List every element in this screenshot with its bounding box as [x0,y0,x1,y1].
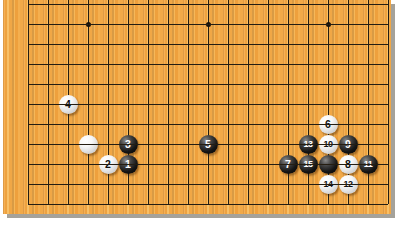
board-intersection[interactable] [118,34,138,54]
board-intersection[interactable]: 5 [198,134,218,154]
board-intersection[interactable] [78,134,98,154]
board-intersection[interactable] [338,94,358,114]
board-intersection[interactable] [78,34,98,54]
board-intersection[interactable] [238,14,258,34]
board-intersection[interactable] [158,14,178,34]
board-intersection[interactable] [178,34,198,54]
board-intersection[interactable] [218,74,238,94]
board-intersection[interactable] [38,74,58,94]
board-intersection[interactable] [78,194,98,214]
board-intersection[interactable] [178,174,198,194]
board-intersection[interactable] [378,194,391,214]
board-intersection[interactable] [18,94,38,114]
board-intersection[interactable] [118,74,138,94]
board-intersection[interactable] [198,154,218,174]
board-intersection[interactable] [278,54,298,74]
board-intersection[interactable] [198,14,218,34]
board-intersection[interactable] [38,14,58,34]
board-intersection[interactable] [238,134,258,154]
board-intersection[interactable] [58,54,78,74]
board-intersection[interactable] [358,54,378,74]
board-intersection[interactable] [158,174,178,194]
board-intersection[interactable] [198,174,218,194]
board-intersection[interactable] [278,74,298,94]
board-intersection[interactable] [378,0,391,14]
board-intersection[interactable] [178,74,198,94]
board-intersection[interactable] [298,54,318,74]
board-intersection[interactable]: 6 [318,114,338,134]
board-intersection[interactable] [18,74,38,94]
board-intersection[interactable] [98,114,118,134]
board-intersection[interactable] [358,174,378,194]
board-intersection[interactable]: 11 [358,154,378,174]
board-intersection[interactable] [358,114,378,134]
board-intersection[interactable] [278,0,298,14]
board-intersection[interactable] [78,174,98,194]
board-intersection[interactable] [158,154,178,174]
board-intersection[interactable] [278,194,298,214]
board-intersection[interactable] [198,114,218,134]
board-intersection[interactable] [118,54,138,74]
board-intersection[interactable] [238,174,258,194]
board-intersection[interactable] [378,154,391,174]
board-intersection[interactable] [318,34,338,54]
board-intersection[interactable]: 15 [298,154,318,174]
white-stone: 4 [59,95,78,114]
board-intersection[interactable] [318,154,338,174]
board-intersection[interactable] [38,194,58,214]
star-point [326,22,331,27]
board-intersection[interactable] [218,0,238,14]
board-intersection[interactable] [18,114,38,134]
black-stone: 11 [359,155,378,174]
board-intersection[interactable] [78,94,98,114]
board-intersection[interactable] [298,14,318,34]
board-intersection[interactable] [18,14,38,34]
board-intersection[interactable] [18,194,38,214]
board-intersection[interactable] [358,74,378,94]
board-intersection[interactable] [198,74,218,94]
move-number: 1 [125,159,131,170]
move-number: 12 [344,180,353,189]
board-intersection[interactable] [138,34,158,54]
board-intersection[interactable] [118,0,138,14]
board-intersection[interactable] [98,54,118,74]
move-number: 8 [345,159,351,170]
board-intersection[interactable] [138,94,158,114]
board-intersection[interactable] [38,54,58,74]
board-intersection[interactable] [38,94,58,114]
board-intersection[interactable] [38,134,58,154]
board-intersection[interactable] [298,114,318,134]
board-intersection[interactable] [18,134,38,154]
board-intersection[interactable] [278,174,298,194]
board-intersection[interactable] [378,134,391,154]
white-stone: 6 [319,115,338,134]
move-number: 14 [324,180,333,189]
white-stone: 10 [319,135,338,154]
black-stone [319,155,338,174]
board-intersection[interactable] [218,14,238,34]
board-intersection[interactable] [158,74,178,94]
board-intersection[interactable] [258,134,278,154]
board-intersection[interactable] [158,54,178,74]
move-number: 4 [65,99,71,110]
board-intersection[interactable] [338,194,358,214]
board-intersection[interactable] [78,154,98,174]
board-intersection[interactable]: 4 [58,94,78,114]
board-intersection[interactable] [118,174,138,194]
move-number: 15 [304,160,313,169]
black-stone: 9 [339,135,358,154]
board-intersection[interactable] [318,54,338,74]
board-intersection[interactable] [338,14,358,34]
board-intersection[interactable] [218,174,238,194]
board-intersection[interactable] [378,74,391,94]
board-intersection[interactable] [358,94,378,114]
board-intersection[interactable] [238,194,258,214]
board-intersection[interactable] [118,94,138,114]
board-intersection[interactable] [338,74,358,94]
board-intersection[interactable] [238,54,258,74]
board-intersection[interactable] [178,94,198,114]
star-point [206,22,211,27]
board-intersection[interactable] [78,74,98,94]
board-intersection[interactable] [138,14,158,34]
board-intersection[interactable] [138,194,158,214]
board-intersection[interactable] [258,74,278,94]
board-intersection[interactable] [58,14,78,34]
board-intersection[interactable] [258,0,278,14]
board-intersection[interactable] [98,74,118,94]
board-intersection[interactable] [218,54,238,74]
board-intersection[interactable] [58,74,78,94]
board-intersection[interactable] [278,114,298,134]
board-intersection[interactable] [138,114,158,134]
board-intersection[interactable] [138,134,158,154]
board-intersection[interactable] [298,74,318,94]
board-intersection[interactable] [18,154,38,174]
board-intersection[interactable] [378,54,391,74]
board-intersection[interactable] [238,94,258,114]
board-intersection[interactable] [58,194,78,214]
star-point [86,22,91,27]
go-diagram: 463513109217158111412 [0,0,400,229]
board-intersection[interactable] [378,174,391,194]
move-number: 3 [125,139,131,150]
white-stone [79,135,98,154]
board-intersection[interactable] [138,0,158,14]
board-intersection[interactable] [378,14,391,34]
board-intersection[interactable] [358,34,378,54]
board-intersection[interactable] [38,34,58,54]
board-intersection[interactable] [258,154,278,174]
board-intersection[interactable] [38,0,58,14]
board-intersection[interactable] [238,34,258,54]
board-intersection[interactable] [238,154,258,174]
board-intersection[interactable] [318,94,338,114]
board-intersection[interactable] [278,14,298,34]
board-intersection[interactable] [98,134,118,154]
white-stone: 2 [99,155,118,174]
board-intersection[interactable] [158,134,178,154]
board-intersection[interactable] [318,194,338,214]
white-stone: 12 [339,175,358,194]
board-intersection[interactable] [238,114,258,134]
board-intersection[interactable] [258,94,278,114]
black-stone: 7 [279,155,298,174]
board-intersection[interactable] [258,14,278,34]
move-number: 10 [324,140,333,149]
board-intersection[interactable] [378,34,391,54]
board-intersection[interactable] [218,114,238,134]
board-intersection[interactable] [158,114,178,134]
board-intersection[interactable] [78,0,98,14]
board-intersection[interactable] [38,174,58,194]
board-intersection[interactable] [158,0,178,14]
board-intersection[interactable] [178,0,198,14]
board-intersection[interactable] [138,174,158,194]
board-intersection[interactable] [58,34,78,54]
board-intersection[interactable] [258,114,278,134]
board-intersection[interactable] [298,34,318,54]
black-stone: 13 [299,135,318,154]
board-intersection[interactable] [138,54,158,74]
board-intersection[interactable] [218,34,238,54]
board-intersection[interactable] [158,94,178,114]
board-intersection[interactable] [178,194,198,214]
move-number: 13 [304,140,313,149]
board-intersection[interactable] [158,34,178,54]
move-number: 9 [345,139,351,150]
board-intersection[interactable] [198,94,218,114]
board-intersection[interactable] [58,134,78,154]
board-intersection[interactable] [238,0,258,14]
board-intersection[interactable] [218,134,238,154]
board-intersection[interactable] [38,114,58,134]
move-number: 6 [325,119,331,130]
board-intersection[interactable] [98,194,118,214]
board-intersection[interactable] [118,14,138,34]
board-intersection[interactable] [258,194,278,214]
board-intersection[interactable]: 7 [278,154,298,174]
board-intersection[interactable] [198,194,218,214]
board-intersection[interactable] [298,94,318,114]
black-stone: 1 [119,155,138,174]
board-intersection[interactable] [258,54,278,74]
board-intersection[interactable] [178,114,198,134]
board-intersection[interactable] [298,194,318,214]
board-intersection[interactable] [358,14,378,34]
move-number: 7 [285,159,291,170]
board-intersection[interactable] [338,54,358,74]
board-intersection[interactable] [358,134,378,154]
board-intersection[interactable] [318,14,338,34]
board-intersection[interactable]: 8 [338,154,358,174]
board-intersection[interactable] [118,114,138,134]
board-intersection[interactable] [18,0,38,14]
board-intersection[interactable] [158,194,178,214]
board-intersection[interactable]: 13 [298,134,318,154]
board-intersection[interactable] [18,34,38,54]
board-intersection[interactable] [378,94,391,114]
go-board[interactable]: 463513109217158111412 [3,0,391,214]
board-intersection[interactable] [178,54,198,74]
board-intersection[interactable] [298,0,318,14]
move-number: 5 [205,139,211,150]
board-intersection[interactable] [318,0,338,14]
board-intersection[interactable] [138,154,158,174]
board-intersection[interactable] [58,154,78,174]
white-stone: 8 [339,155,358,174]
board-intersection[interactable] [58,114,78,134]
board-intersection[interactable] [78,114,98,134]
board-intersection[interactable] [178,154,198,174]
board-grid: 463513109217158111412 [18,0,391,214]
white-stone: 14 [319,175,338,194]
board-intersection[interactable] [278,34,298,54]
board-intersection[interactable] [98,34,118,54]
black-stone: 15 [299,155,318,174]
board-intersection[interactable]: 2 [98,154,118,174]
board-intersection[interactable]: 12 [338,174,358,194]
black-stone: 5 [199,135,218,154]
board-intersection[interactable]: 10 [318,134,338,154]
board-intersection[interactable] [138,74,158,94]
board-intersection[interactable] [198,0,218,14]
board-intersection[interactable] [198,54,218,74]
board-intersection[interactable] [58,0,78,14]
board-intersection[interactable]: 3 [118,134,138,154]
black-stone: 3 [119,135,138,154]
board-intersection[interactable] [318,74,338,94]
board-intersection[interactable] [218,94,238,114]
board-intersection[interactable] [178,14,198,34]
board-intersection[interactable] [218,194,238,214]
board-intersection[interactable] [78,54,98,74]
board-intersection[interactable] [298,174,318,194]
board-intersection[interactable]: 14 [318,174,338,194]
board-intersection[interactable] [58,174,78,194]
board-intersection[interactable] [98,14,118,34]
board-intersection[interactable] [358,0,378,14]
board-intersection[interactable] [38,154,58,174]
board-intersection[interactable] [258,174,278,194]
board-intersection[interactable] [18,174,38,194]
board-intersection[interactable] [78,14,98,34]
move-number: 11 [364,160,372,169]
board-intersection[interactable] [258,34,278,54]
board-intersection[interactable] [118,194,138,214]
board-intersection[interactable] [98,94,118,114]
board-intersection[interactable]: 1 [118,154,138,174]
board-intersection[interactable] [98,174,118,194]
board-intersection[interactable] [278,134,298,154]
board-intersection[interactable] [198,34,218,54]
board-intersection[interactable] [378,114,391,134]
board-intersection[interactable] [98,0,118,14]
board-intersection[interactable] [338,34,358,54]
board-intersection[interactable]: 9 [338,134,358,154]
board-intersection[interactable] [178,134,198,154]
move-number: 2 [105,159,111,170]
board-intersection[interactable] [338,0,358,14]
board-intersection[interactable] [238,74,258,94]
board-intersection[interactable] [338,114,358,134]
board-intersection[interactable] [278,94,298,114]
board-intersection[interactable] [218,154,238,174]
board-intersection[interactable] [358,194,378,214]
board-intersection[interactable] [18,54,38,74]
